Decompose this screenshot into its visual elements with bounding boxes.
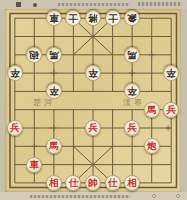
red-chariot[interactable]: 車 — [26, 157, 42, 173]
xiangqi-board[interactable]: 楚河 漢界 車士將士象砲馬馬卒卒卒卒卒馬兵兵兵兵馬炮車相仕帥仕相 — [5, 9, 181, 192]
top-right-caption-illegible — [138, 2, 182, 6]
black-horse[interactable]: 馬 — [124, 47, 140, 63]
red-elephant[interactable]: 相 — [46, 175, 62, 191]
black-elephant[interactable]: 象 — [124, 10, 140, 26]
red-cannon[interactable]: 炮 — [144, 138, 160, 154]
black-soldier[interactable]: 卒 — [85, 65, 101, 81]
photo-top-margin — [0, 0, 187, 9]
red-soldier[interactable]: 兵 — [85, 120, 101, 136]
red-advisor[interactable]: 仕 — [65, 175, 81, 191]
black-horse[interactable]: 馬 — [46, 47, 62, 63]
red-soldier[interactable]: 兵 — [163, 102, 179, 118]
black-cannon[interactable]: 砲 — [26, 47, 42, 63]
black-soldier[interactable]: 卒 — [163, 65, 179, 81]
black-soldier[interactable]: 卒 — [7, 65, 23, 81]
bottom-dot-mark — [176, 194, 180, 198]
top-caption-text-illegible — [58, 3, 130, 6]
red-king[interactable]: 帥 — [85, 175, 101, 191]
top-left-stamp — [16, 2, 21, 7]
red-soldier[interactable]: 兵 — [7, 120, 23, 136]
red-horse[interactable]: 馬 — [46, 138, 62, 154]
black-advisor[interactable]: 士 — [105, 10, 121, 26]
red-horse[interactable]: 馬 — [144, 102, 160, 118]
red-soldier[interactable]: 兵 — [124, 120, 140, 136]
black-advisor[interactable]: 士 — [65, 10, 81, 26]
piece-layer: 車士將士象砲馬馬卒卒卒卒卒馬兵兵兵兵馬炮車相仕帥仕相 — [5, 9, 181, 192]
red-advisor[interactable]: 仕 — [105, 175, 121, 191]
black-soldier[interactable]: 卒 — [124, 83, 140, 99]
photo-bottom-margin — [0, 192, 187, 200]
top-logo-mark — [33, 3, 37, 7]
red-elephant[interactable]: 相 — [124, 175, 140, 191]
black-soldier[interactable]: 卒 — [46, 83, 62, 99]
bottom-caption-text-illegible — [30, 195, 130, 198]
bottom-dot-mark — [152, 194, 156, 198]
black-general[interactable]: 將 — [85, 10, 101, 26]
black-chariot[interactable]: 車 — [46, 10, 62, 26]
